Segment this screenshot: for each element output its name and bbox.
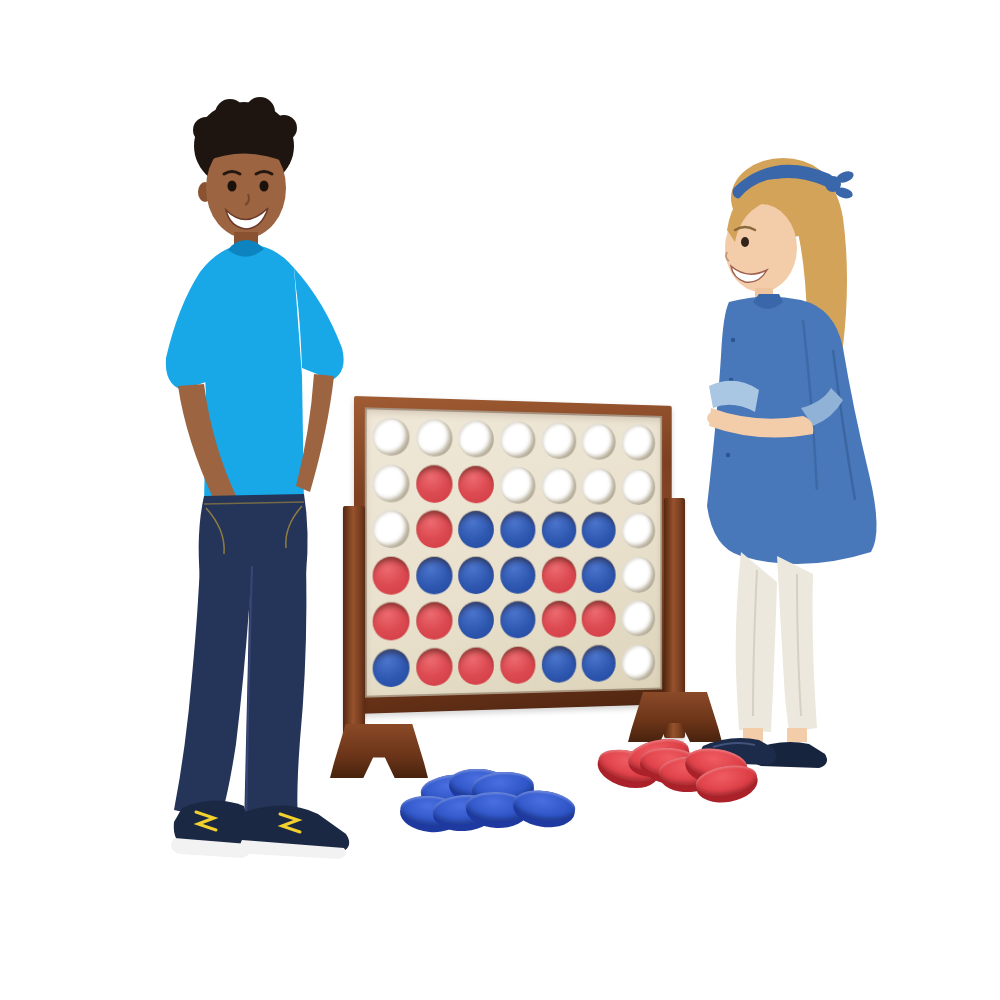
red-disc bbox=[500, 646, 535, 684]
cell-r1c3 bbox=[455, 416, 497, 462]
boy-jeans bbox=[174, 494, 308, 830]
cell-r2c7 bbox=[619, 464, 658, 508]
cell-r2c2 bbox=[413, 461, 456, 507]
cell-r6c4 bbox=[497, 642, 538, 688]
girl-pants bbox=[736, 552, 817, 732]
empty-hole bbox=[459, 420, 495, 458]
cell-r4c4 bbox=[497, 553, 538, 598]
loose-blue-disc bbox=[511, 787, 577, 831]
cell-r4c6 bbox=[579, 553, 619, 597]
cell-r2c5 bbox=[538, 463, 578, 508]
cell-r2c4 bbox=[497, 462, 538, 508]
cell-r5c4 bbox=[497, 597, 538, 643]
cell-r2c6 bbox=[579, 464, 619, 509]
cell-r5c2 bbox=[413, 598, 456, 644]
boy-player bbox=[148, 96, 380, 888]
blue-disc bbox=[582, 557, 616, 593]
empty-hole bbox=[622, 424, 655, 461]
cell-r5c3 bbox=[455, 598, 497, 644]
empty-hole bbox=[541, 467, 575, 504]
blue-disc bbox=[459, 557, 495, 594]
empty-hole bbox=[622, 600, 655, 636]
empty-hole bbox=[622, 469, 655, 505]
empty-hole bbox=[622, 644, 655, 681]
blue-disc bbox=[500, 602, 535, 639]
board-panel bbox=[354, 396, 672, 714]
blue-disc bbox=[500, 557, 535, 594]
red-disc bbox=[459, 466, 495, 504]
blue-disc bbox=[459, 602, 495, 640]
cell-r6c6 bbox=[579, 641, 619, 686]
cell-r4c5 bbox=[538, 553, 578, 598]
empty-hole bbox=[582, 423, 616, 460]
empty-hole bbox=[500, 466, 535, 503]
empty-hole bbox=[500, 421, 535, 459]
cell-r6c3 bbox=[455, 643, 497, 689]
cell-r5c5 bbox=[538, 597, 578, 642]
girl-ankle bbox=[787, 728, 807, 742]
empty-hole bbox=[622, 557, 655, 593]
cell-r3c2 bbox=[413, 507, 456, 553]
empty-hole bbox=[416, 419, 452, 457]
empty-hole bbox=[541, 422, 575, 459]
red-disc bbox=[416, 465, 452, 503]
cell-r3c5 bbox=[538, 508, 578, 553]
blue-disc bbox=[416, 557, 452, 595]
cell-r6c5 bbox=[538, 642, 578, 688]
blue-disc bbox=[459, 511, 495, 548]
blue-disc bbox=[582, 512, 616, 548]
cell-r4c2 bbox=[413, 553, 456, 599]
red-disc bbox=[416, 602, 452, 640]
cell-r1c5 bbox=[538, 418, 578, 464]
cell-r5c6 bbox=[579, 597, 619, 642]
cell-r4c3 bbox=[455, 553, 497, 599]
red-disc bbox=[541, 557, 575, 594]
cell-r6c7 bbox=[619, 640, 658, 685]
empty-hole bbox=[582, 468, 616, 505]
blue-disc bbox=[500, 512, 535, 549]
blue-disc bbox=[541, 512, 575, 549]
cell-r3c3 bbox=[455, 507, 497, 553]
product-photo-stage bbox=[0, 0, 1000, 1000]
cell-r5c7 bbox=[619, 596, 658, 640]
blue-disc bbox=[582, 645, 616, 682]
board-grid bbox=[365, 407, 662, 697]
red-disc bbox=[541, 601, 575, 638]
cell-r1c6 bbox=[579, 419, 619, 464]
empty-hole bbox=[622, 513, 655, 549]
boy-face bbox=[198, 124, 290, 238]
cell-r1c4 bbox=[497, 417, 538, 463]
cell-r6c2 bbox=[413, 644, 456, 691]
cell-r2c3 bbox=[455, 461, 497, 507]
cell-r3c6 bbox=[579, 508, 619, 552]
blue-disc bbox=[541, 646, 575, 683]
cell-r1c2 bbox=[413, 415, 456, 462]
girl-player bbox=[683, 150, 911, 782]
red-disc bbox=[416, 648, 452, 686]
cell-r4c7 bbox=[619, 553, 658, 597]
red-disc bbox=[582, 601, 616, 638]
red-disc bbox=[459, 647, 495, 685]
cell-r1c7 bbox=[619, 420, 658, 465]
boy-sneakers bbox=[171, 800, 349, 859]
red-disc bbox=[416, 511, 452, 549]
cell-r3c7 bbox=[619, 509, 658, 553]
cell-r3c4 bbox=[497, 507, 538, 552]
